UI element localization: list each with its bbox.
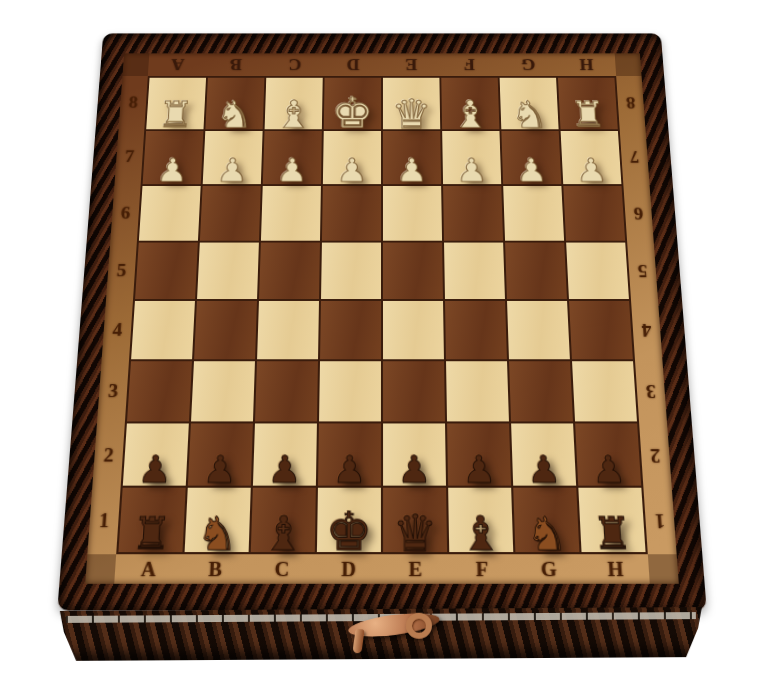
piece-glyph: ♞	[525, 511, 568, 557]
coordinate-label: C	[265, 53, 324, 76]
piece-glyph: ♝	[459, 510, 502, 557]
piece-glyph: ♚	[331, 92, 373, 134]
square-a3[interactable]	[127, 361, 192, 421]
piece-white-pawn-d7[interactable]: ♟	[323, 131, 381, 184]
piece-white-bishop-f8[interactable]: ♝	[441, 78, 499, 130]
piece-glyph: ♟	[515, 155, 547, 187]
square-a2[interactable]: ♟	[123, 423, 189, 485]
border-corner	[648, 554, 679, 584]
square-a4[interactable]	[131, 301, 195, 359]
piece-black-king-d1[interactable]: ♚	[317, 488, 381, 552]
file-labels-bottom: ABCDEFGH	[114, 554, 650, 584]
square-c4[interactable]	[257, 301, 319, 359]
square-b4[interactable]	[194, 301, 257, 359]
square-d8[interactable]: ♚	[324, 78, 381, 130]
piece-black-rook-h1[interactable]: ♜	[578, 488, 645, 552]
piece-glyph: ♝	[451, 96, 489, 134]
coordinate-label: 6	[623, 185, 653, 242]
piece-white-queen-e8[interactable]: ♛	[383, 78, 440, 130]
square-c6[interactable]	[261, 186, 321, 241]
square-d3[interactable]	[319, 361, 381, 421]
piece-glyph: ♜	[592, 512, 634, 556]
piece-glyph: ♛	[391, 94, 431, 135]
square-e7[interactable]: ♟	[383, 131, 441, 184]
square-g1[interactable]: ♞	[513, 488, 579, 552]
piece-glyph: ♜	[570, 97, 607, 132]
piece-white-pawn-f7[interactable]: ♟	[442, 131, 501, 184]
piece-black-pawn-d2[interactable]: ♟	[318, 423, 381, 485]
piece-white-pawn-e7[interactable]: ♟	[383, 131, 441, 184]
piece-black-bishop-f1[interactable]: ♝	[448, 488, 513, 552]
scene: ABCDEFGH ABCDEFGH 87654321 87654321 ♜♞♝♚…	[0, 0, 768, 700]
coordinate-label: 8	[119, 76, 148, 129]
square-a5[interactable]	[135, 243, 198, 299]
piece-white-knight-b8[interactable]: ♞	[205, 78, 264, 130]
square-h1[interactable]: ♜	[578, 488, 645, 552]
piece-white-knight-g8[interactable]: ♞	[500, 78, 559, 130]
square-a8[interactable]: ♜	[146, 78, 206, 130]
square-g5[interactable]	[505, 243, 567, 299]
piece-black-knight-g1[interactable]: ♞	[513, 488, 579, 552]
piece-glyph: ♚	[325, 506, 372, 559]
piece-glyph: ♜	[131, 512, 173, 556]
piece-glyph: ♟	[336, 155, 367, 187]
piece-glyph: ♝	[262, 510, 305, 557]
piece-white-rook-a8[interactable]: ♜	[146, 78, 206, 130]
coordinate-label: 7	[620, 130, 650, 185]
square-d6[interactable]	[322, 186, 381, 241]
square-c3[interactable]	[255, 361, 318, 421]
coordinate-label: 3	[97, 360, 129, 422]
piece-glyph: ♟	[332, 451, 366, 489]
coordinate-label: G	[498, 53, 557, 76]
coordinate-label: 6	[110, 185, 140, 242]
square-c5[interactable]	[259, 243, 320, 299]
piece-glyph: ♟	[456, 155, 488, 187]
square-g4[interactable]	[507, 301, 570, 359]
coordinate-label: 2	[92, 423, 125, 488]
square-c2[interactable]: ♟	[253, 423, 317, 485]
coordinate-label: 8	[616, 76, 645, 129]
square-g8[interactable]: ♞	[500, 78, 559, 130]
piece-black-pawn-b2[interactable]: ♟	[188, 423, 253, 485]
carved-rope-frame: ABCDEFGH ABCDEFGH 87654321 87654321 ♜♞♝♚…	[57, 33, 707, 610]
piece-black-knight-b1[interactable]: ♞	[185, 488, 251, 552]
coordinate-border: ABCDEFGH ABCDEFGH 87654321 87654321 ♜♞♝♚…	[85, 53, 679, 583]
square-g6[interactable]	[503, 186, 564, 241]
piece-glyph: ♟	[591, 451, 627, 489]
square-b3[interactable]	[191, 361, 255, 421]
piece-white-rook-h8[interactable]: ♜	[558, 78, 618, 130]
square-d2[interactable]: ♟	[318, 423, 381, 485]
coordinate-label: E	[382, 53, 441, 76]
piece-white-pawn-c7[interactable]: ♟	[263, 131, 322, 184]
piece-black-pawn-c2[interactable]: ♟	[253, 423, 317, 485]
piece-glyph: ♞	[215, 96, 253, 133]
coordinate-label: 5	[627, 241, 658, 300]
square-g7[interactable]: ♟	[501, 131, 561, 184]
piece-white-pawn-a7[interactable]: ♟	[143, 131, 204, 184]
square-c1[interactable]: ♝	[251, 488, 316, 552]
piece-glyph: ♟	[216, 155, 248, 187]
square-e3[interactable]	[383, 361, 445, 421]
square-e5[interactable]	[383, 243, 443, 299]
piece-black-queen-e1[interactable]: ♛	[383, 488, 447, 552]
piece-glyph: ♜	[157, 97, 194, 132]
piece-glyph: ♝	[274, 96, 312, 134]
piece-glyph: ♟	[276, 155, 308, 187]
border-corner	[85, 554, 116, 584]
coordinate-label: A	[148, 53, 208, 76]
board-grid: ♜♞♝♚♛♝♞♜♟♟♟♟♟♟♟♟♟♟♟♟♟♟♟♟♜♞♝♚♛♝♞♜	[116, 76, 648, 554]
coordinate-label: 7	[114, 130, 144, 185]
square-f7[interactable]: ♟	[442, 131, 501, 184]
coordinate-label: H	[557, 53, 617, 76]
piece-glyph: ♟	[396, 155, 427, 187]
square-f8[interactable]: ♝	[441, 78, 499, 130]
coordinate-label: F	[440, 53, 499, 76]
coordinate-label: 3	[635, 360, 667, 422]
square-e2[interactable]: ♟	[383, 423, 446, 485]
file-labels-top: ABCDEFGH	[148, 53, 616, 76]
square-b5[interactable]	[197, 243, 259, 299]
square-f2[interactable]: ♟	[447, 423, 511, 485]
piece-white-bishop-c8[interactable]: ♝	[265, 78, 323, 130]
piece-black-pawn-f2[interactable]: ♟	[447, 423, 511, 485]
coordinate-label: B	[206, 53, 265, 76]
piece-glyph: ♟	[267, 451, 302, 489]
square-g3[interactable]	[509, 361, 573, 421]
border-corner	[615, 53, 642, 76]
piece-black-bishop-c1[interactable]: ♝	[251, 488, 316, 552]
square-d4[interactable]	[320, 301, 381, 359]
square-b8[interactable]: ♞	[205, 78, 264, 130]
square-a6[interactable]	[139, 186, 201, 241]
piece-black-pawn-g2[interactable]: ♟	[511, 423, 576, 485]
piece-white-king-d8[interactable]: ♚	[324, 78, 381, 130]
square-f6[interactable]	[443, 186, 503, 241]
coordinate-label: 1	[643, 487, 676, 554]
square-h8[interactable]: ♜	[558, 78, 618, 130]
piece-black-pawn-h2[interactable]: ♟	[575, 423, 641, 485]
piece-glyph: ♟	[526, 451, 561, 489]
piece-black-pawn-a2[interactable]: ♟	[123, 423, 189, 485]
border-corner	[122, 53, 149, 76]
square-e1[interactable]: ♛	[383, 488, 447, 552]
square-c8[interactable]: ♝	[265, 78, 323, 130]
square-a7[interactable]: ♟	[143, 131, 204, 184]
piece-glyph: ♟	[156, 155, 189, 187]
coordinate-label: 1	[87, 487, 120, 554]
piece-glyph: ♟	[137, 451, 173, 489]
coordinate-label: D	[323, 53, 382, 76]
piece-glyph: ♟	[575, 155, 608, 187]
square-b1[interactable]: ♞	[185, 488, 251, 552]
square-e8[interactable]: ♛	[383, 78, 440, 130]
square-h4[interactable]	[569, 301, 633, 359]
clasp-hook	[352, 629, 364, 654]
square-b6[interactable]	[200, 186, 261, 241]
square-d7[interactable]: ♟	[323, 131, 381, 184]
square-d1[interactable]: ♚	[317, 488, 381, 552]
piece-glyph: ♞	[196, 511, 239, 557]
square-h6[interactable]	[563, 186, 625, 241]
square-d5[interactable]	[321, 243, 381, 299]
square-b2[interactable]: ♟	[188, 423, 253, 485]
square-f5[interactable]	[444, 243, 505, 299]
square-c7[interactable]: ♟	[263, 131, 322, 184]
square-e6[interactable]	[383, 186, 442, 241]
piece-black-rook-a1[interactable]: ♜	[118, 488, 185, 552]
square-g2[interactable]: ♟	[511, 423, 576, 485]
piece-glyph: ♟	[202, 451, 237, 489]
square-a1[interactable]: ♜	[118, 488, 185, 552]
square-h7[interactable]: ♟	[561, 131, 622, 184]
piece-white-pawn-b7[interactable]: ♟	[203, 131, 263, 184]
piece-glyph: ♛	[392, 508, 437, 559]
square-f4[interactable]	[445, 301, 507, 359]
coordinate-label: 5	[106, 241, 137, 300]
square-h2[interactable]: ♟	[575, 423, 641, 485]
chess-board: ABCDEFGH ABCDEFGH 87654321 87654321 ♜♞♝♚…	[57, 33, 707, 610]
piece-white-pawn-h7[interactable]: ♟	[561, 131, 622, 184]
piece-glyph: ♞	[510, 96, 548, 133]
box-front-edge	[60, 607, 702, 661]
piece-glyph: ♟	[462, 451, 497, 489]
coordinate-label: 4	[102, 300, 133, 360]
square-f3[interactable]	[446, 361, 509, 421]
piece-black-pawn-e2[interactable]: ♟	[383, 423, 446, 485]
square-h3[interactable]	[572, 361, 637, 421]
brass-clasp	[322, 607, 458, 662]
coordinate-label: 4	[631, 300, 662, 360]
square-e4[interactable]	[383, 301, 444, 359]
square-f1[interactable]: ♝	[448, 488, 513, 552]
square-b7[interactable]: ♟	[203, 131, 263, 184]
square-h5[interactable]	[566, 243, 629, 299]
coordinate-label: 2	[639, 423, 672, 488]
clasp-ring-icon	[406, 613, 432, 639]
piece-white-pawn-g7[interactable]: ♟	[501, 131, 561, 184]
piece-glyph: ♟	[397, 451, 431, 489]
